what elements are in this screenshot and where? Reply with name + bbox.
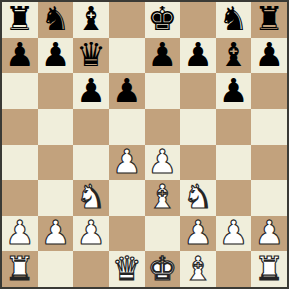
piece-white-knight[interactable]: ♞ (76, 180, 106, 213)
piece-white-king[interactable]: ♚ (148, 252, 178, 285)
square-e6[interactable] (145, 73, 181, 109)
piece-black-pawn[interactable]: ♟ (254, 38, 284, 71)
square-b4[interactable] (38, 145, 74, 181)
square-g8[interactable]: ♞ (216, 2, 252, 38)
square-a3[interactable] (2, 180, 38, 216)
square-c8[interactable]: ♝ (73, 2, 109, 38)
square-f6[interactable] (180, 73, 216, 109)
square-b6[interactable] (38, 73, 74, 109)
square-b3[interactable] (38, 180, 74, 216)
square-a8[interactable]: ♜ (2, 2, 38, 38)
square-b2[interactable]: ♟ (38, 216, 74, 252)
square-d5[interactable] (109, 109, 145, 145)
square-f7[interactable]: ♟ (180, 38, 216, 74)
square-b8[interactable]: ♞ (38, 2, 74, 38)
square-a1[interactable]: ♜ (2, 251, 38, 287)
piece-black-pawn[interactable]: ♟ (112, 74, 142, 107)
square-f1[interactable]: ♝ (180, 251, 216, 287)
square-f5[interactable] (180, 109, 216, 145)
square-b1[interactable] (38, 251, 74, 287)
piece-white-knight[interactable]: ♞ (183, 180, 213, 213)
piece-black-pawn[interactable]: ♟ (183, 38, 213, 71)
piece-black-king[interactable]: ♚ (148, 2, 178, 35)
piece-white-bishop[interactable]: ♝ (183, 252, 213, 285)
square-g3[interactable] (216, 180, 252, 216)
square-c7[interactable]: ♛ (73, 38, 109, 74)
piece-white-pawn[interactable]: ♟ (5, 216, 35, 249)
square-g5[interactable] (216, 109, 252, 145)
piece-white-pawn[interactable]: ♟ (112, 145, 142, 178)
square-c2[interactable]: ♟ (73, 216, 109, 252)
piece-white-pawn[interactable]: ♟ (183, 216, 213, 249)
square-h4[interactable] (251, 145, 287, 181)
piece-white-pawn[interactable]: ♟ (254, 216, 284, 249)
square-e3[interactable]: ♝ (145, 180, 181, 216)
square-f4[interactable] (180, 145, 216, 181)
square-g6[interactable]: ♟ (216, 73, 252, 109)
piece-black-pawn[interactable]: ♟ (76, 74, 106, 107)
square-e7[interactable]: ♟ (145, 38, 181, 74)
square-a4[interactable] (2, 145, 38, 181)
square-g7[interactable]: ♝ (216, 38, 252, 74)
square-e1[interactable]: ♚ (145, 251, 181, 287)
square-a6[interactable] (2, 73, 38, 109)
square-a7[interactable]: ♟ (2, 38, 38, 74)
square-e2[interactable] (145, 216, 181, 252)
square-a2[interactable]: ♟ (2, 216, 38, 252)
piece-black-rook[interactable]: ♜ (5, 2, 35, 35)
square-h7[interactable]: ♟ (251, 38, 287, 74)
piece-white-pawn[interactable]: ♟ (41, 216, 71, 249)
piece-white-queen[interactable]: ♛ (112, 252, 142, 285)
square-c1[interactable] (73, 251, 109, 287)
square-d3[interactable] (109, 180, 145, 216)
square-e5[interactable] (145, 109, 181, 145)
square-c4[interactable] (73, 145, 109, 181)
square-e8[interactable]: ♚ (145, 2, 181, 38)
square-h2[interactable]: ♟ (251, 216, 287, 252)
square-d2[interactable] (109, 216, 145, 252)
square-d6[interactable]: ♟ (109, 73, 145, 109)
square-h8[interactable]: ♜ (251, 2, 287, 38)
square-d1[interactable]: ♛ (109, 251, 145, 287)
piece-white-pawn[interactable]: ♟ (219, 216, 249, 249)
square-d8[interactable] (109, 2, 145, 38)
square-h6[interactable] (251, 73, 287, 109)
piece-white-pawn[interactable]: ♟ (148, 145, 178, 178)
square-c3[interactable]: ♞ (73, 180, 109, 216)
square-b5[interactable] (38, 109, 74, 145)
square-e4[interactable]: ♟ (145, 145, 181, 181)
piece-black-pawn[interactable]: ♟ (148, 38, 178, 71)
piece-black-pawn[interactable]: ♟ (41, 38, 71, 71)
square-d7[interactable] (109, 38, 145, 74)
piece-black-knight[interactable]: ♞ (219, 2, 249, 35)
piece-white-pawn[interactable]: ♟ (76, 216, 106, 249)
piece-white-bishop[interactable]: ♝ (148, 180, 178, 213)
piece-white-rook[interactable]: ♜ (254, 252, 284, 285)
square-h3[interactable] (251, 180, 287, 216)
square-g1[interactable] (216, 251, 252, 287)
square-g2[interactable]: ♟ (216, 216, 252, 252)
square-h5[interactable] (251, 109, 287, 145)
piece-white-rook[interactable]: ♜ (5, 252, 35, 285)
piece-black-pawn[interactable]: ♟ (219, 74, 249, 107)
square-c5[interactable] (73, 109, 109, 145)
square-c6[interactable]: ♟ (73, 73, 109, 109)
piece-black-queen[interactable]: ♛ (76, 38, 106, 71)
piece-black-bishop[interactable]: ♝ (219, 38, 249, 71)
square-g4[interactable] (216, 145, 252, 181)
square-f8[interactable] (180, 2, 216, 38)
piece-black-rook[interactable]: ♜ (254, 2, 284, 35)
square-a5[interactable] (2, 109, 38, 145)
square-d4[interactable]: ♟ (109, 145, 145, 181)
piece-black-bishop[interactable]: ♝ (76, 2, 106, 35)
square-h1[interactable]: ♜ (251, 251, 287, 287)
square-f3[interactable]: ♞ (180, 180, 216, 216)
square-b7[interactable]: ♟ (38, 38, 74, 74)
piece-black-pawn[interactable]: ♟ (5, 38, 35, 71)
chess-board: ♜♞♝♚♞♜♟♟♛♟♟♝♟♟♟♟♟♟♞♝♞♟♟♟♟♟♟♜♛♚♝♜ (0, 0, 289, 289)
piece-black-knight[interactable]: ♞ (41, 2, 71, 35)
square-f2[interactable]: ♟ (180, 216, 216, 252)
